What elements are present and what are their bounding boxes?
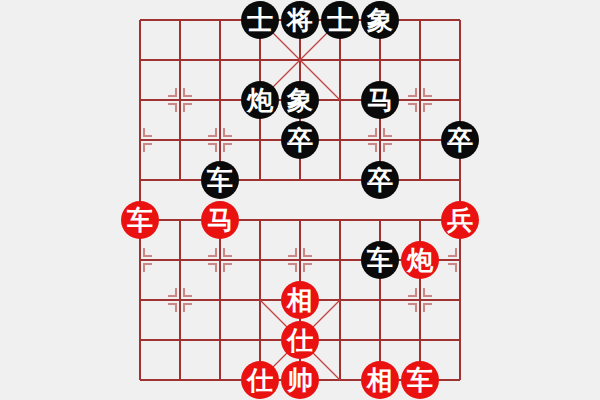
piece-red-advisor[interactable]: 仕 — [281, 321, 319, 359]
piece-red-chariot[interactable]: 车 — [401, 361, 439, 399]
piece-red-soldier[interactable]: 兵 — [441, 201, 479, 239]
piece-red-cannon[interactable]: 炮 — [401, 241, 439, 279]
piece-black-chariot[interactable]: 车 — [361, 241, 399, 279]
piece-black-soldier[interactable]: 卒 — [281, 121, 319, 159]
piece-black-elephant[interactable]: 象 — [361, 1, 399, 39]
piece-red-chariot[interactable]: 车 — [121, 201, 159, 239]
piece-black-horse[interactable]: 马 — [361, 81, 399, 119]
xiangqi-board: 士将士象炮象马卒卒车卒车马兵车炮相仕仕帅相车 — [0, 0, 600, 400]
piece-black-advisor[interactable]: 士 — [241, 1, 279, 39]
piece-black-elephant[interactable]: 象 — [281, 81, 319, 119]
piece-red-elephant[interactable]: 相 — [281, 281, 319, 319]
piece-red-horse[interactable]: 马 — [201, 201, 239, 239]
piece-red-elephant[interactable]: 相 — [361, 361, 399, 399]
piece-black-general[interactable]: 将 — [281, 1, 319, 39]
pieces-layer: 士将士象炮象马卒卒车卒车马兵车炮相仕仕帅相车 — [120, 0, 480, 400]
piece-black-soldier[interactable]: 卒 — [441, 121, 479, 159]
piece-black-chariot[interactable]: 车 — [201, 161, 239, 199]
piece-red-advisor[interactable]: 仕 — [241, 361, 279, 399]
piece-black-soldier[interactable]: 卒 — [361, 161, 399, 199]
piece-black-advisor[interactable]: 士 — [321, 1, 359, 39]
piece-black-cannon[interactable]: 炮 — [241, 81, 279, 119]
piece-red-general[interactable]: 帅 — [281, 361, 319, 399]
